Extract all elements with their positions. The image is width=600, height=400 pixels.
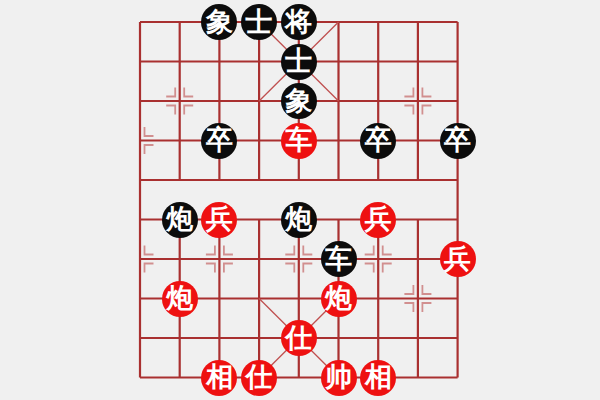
piece-red-cannon[interactable]: 炮 xyxy=(162,281,198,317)
piece-black-cannon[interactable]: 炮 xyxy=(162,202,198,238)
piece-red-general[interactable]: 帅 xyxy=(321,360,357,396)
piece-glyph: 炮 xyxy=(285,205,312,232)
piece-glyph: 相 xyxy=(365,363,392,390)
piece-glyph: 士 xyxy=(285,47,312,74)
piece-red-soldier[interactable]: 兵 xyxy=(440,241,476,277)
piece-black-soldier[interactable]: 卒 xyxy=(440,123,476,159)
piece-red-cannon[interactable]: 炮 xyxy=(321,281,357,317)
piece-black-advisor[interactable]: 士 xyxy=(241,4,277,40)
piece-glyph: 炮 xyxy=(166,205,193,232)
piece-glyph: 象 xyxy=(285,87,312,114)
piece-glyph: 炮 xyxy=(325,284,352,311)
xiangqi-app: 象士将士象卒车卒卒炮兵炮兵车兵炮炮仕相仕帅相 xyxy=(0,0,600,400)
piece-glyph: 仕 xyxy=(246,363,273,390)
piece-glyph: 兵 xyxy=(365,205,392,232)
piece-glyph: 卒 xyxy=(365,126,392,153)
piece-red-advisor[interactable]: 仕 xyxy=(241,360,277,396)
piece-glyph: 卒 xyxy=(444,126,471,153)
piece-black-elephant[interactable]: 象 xyxy=(281,83,317,119)
piece-black-soldier[interactable]: 卒 xyxy=(360,123,396,159)
piece-glyph: 兵 xyxy=(206,205,233,232)
piece-red-soldier[interactable]: 兵 xyxy=(360,202,396,238)
piece-glyph: 车 xyxy=(325,245,352,272)
piece-black-advisor[interactable]: 士 xyxy=(281,44,317,80)
piece-black-chariot[interactable]: 车 xyxy=(321,241,357,277)
pieces-layer: 象士将士象卒车卒卒炮兵炮兵车兵炮炮仕相仕帅相 xyxy=(0,0,600,400)
piece-black-elephant[interactable]: 象 xyxy=(201,4,237,40)
piece-glyph: 士 xyxy=(246,8,273,35)
piece-glyph: 炮 xyxy=(166,284,193,311)
piece-glyph: 卒 xyxy=(206,126,233,153)
piece-glyph: 将 xyxy=(285,8,312,35)
piece-red-elephant[interactable]: 相 xyxy=(360,360,396,396)
piece-glyph: 象 xyxy=(206,8,233,35)
piece-glyph: 车 xyxy=(285,126,312,153)
piece-black-general[interactable]: 将 xyxy=(281,4,317,40)
piece-black-cannon[interactable]: 炮 xyxy=(281,202,317,238)
piece-red-soldier[interactable]: 兵 xyxy=(201,202,237,238)
piece-red-chariot[interactable]: 车 xyxy=(281,123,317,159)
piece-glyph: 帅 xyxy=(325,363,352,390)
piece-red-elephant[interactable]: 相 xyxy=(201,360,237,396)
piece-black-soldier[interactable]: 卒 xyxy=(201,123,237,159)
piece-glyph: 相 xyxy=(206,363,233,390)
piece-red-advisor[interactable]: 仕 xyxy=(281,320,317,356)
piece-glyph: 兵 xyxy=(444,245,471,272)
piece-glyph: 仕 xyxy=(285,324,312,351)
